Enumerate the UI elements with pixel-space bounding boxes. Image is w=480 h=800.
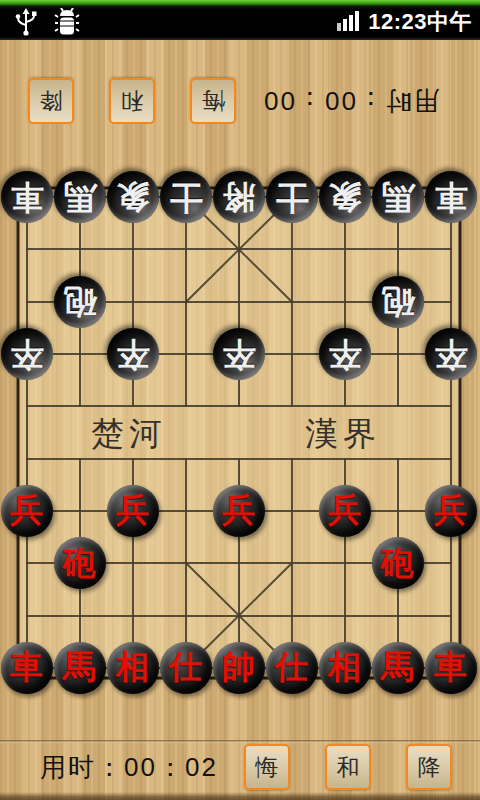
- board-point-a6[interactable]: 卒: [0, 328, 53, 380]
- black-chariot[interactable]: 車: [425, 171, 477, 223]
- black-soldier[interactable]: 卒: [107, 328, 159, 380]
- board-point-f1[interactable]: [265, 589, 318, 641]
- board-point-b2[interactable]: 砲: [53, 537, 106, 589]
- board-point-b0[interactable]: 馬: [53, 642, 106, 694]
- board-point-i9[interactable]: 車: [424, 171, 477, 223]
- board-point-a8[interactable]: [0, 223, 53, 275]
- piece-glyph: 卒: [10, 338, 43, 371]
- board-point-e8[interactable]: [212, 223, 265, 275]
- piece-glyph: 卒: [116, 338, 149, 371]
- piece-glyph: 兵: [328, 494, 361, 527]
- board-point-f9[interactable]: 士: [265, 171, 318, 223]
- board-point-d2[interactable]: [159, 537, 212, 589]
- board-point-d7[interactable]: [159, 276, 212, 328]
- board-point-h7[interactable]: 砲: [371, 276, 424, 328]
- board-point-e6[interactable]: 卒: [212, 328, 265, 380]
- piece-glyph: 卒: [222, 338, 255, 371]
- black-general[interactable]: 將: [213, 171, 265, 223]
- board-point-f7[interactable]: [265, 276, 318, 328]
- board-point-c9[interactable]: 象: [106, 171, 159, 223]
- board-point-i1[interactable]: [424, 589, 477, 641]
- piece-glyph: 相: [116, 651, 149, 684]
- board-point-a3[interactable]: 兵: [0, 485, 53, 537]
- piece-glyph: 車: [10, 181, 43, 214]
- board-point-i0[interactable]: 車: [424, 642, 477, 694]
- board-point-c1[interactable]: [106, 589, 159, 641]
- app-screen: 12:23中午 用时：00：00 悔 和 降 楚河 漢界 車馬象士將士象馬車砲砲…: [0, 0, 480, 800]
- red-soldier[interactable]: 兵: [425, 485, 477, 537]
- board-point-i5[interactable]: [424, 380, 477, 432]
- piece-glyph: 馬: [381, 181, 414, 214]
- board-point-g1[interactable]: [318, 589, 371, 641]
- black-elephant[interactable]: 象: [319, 171, 371, 223]
- board-point-g9[interactable]: 象: [318, 171, 371, 223]
- board-point-i2[interactable]: [424, 537, 477, 589]
- board-point-a4[interactable]: [0, 432, 53, 484]
- board-point-c6[interactable]: 卒: [106, 328, 159, 380]
- status-icons-right: 12:23中午: [337, 11, 472, 33]
- board-point-d4[interactable]: [159, 432, 212, 484]
- opponent-buttons: 悔 和 降: [28, 78, 236, 124]
- piece-glyph: 馬: [63, 651, 96, 684]
- board-point-g7[interactable]: [318, 276, 371, 328]
- board-point-h3[interactable]: [371, 485, 424, 537]
- board-point-d5[interactable]: [159, 380, 212, 432]
- opponent-undo-button[interactable]: 悔: [190, 78, 236, 124]
- resign-button[interactable]: 降: [406, 744, 452, 790]
- board-point-e2[interactable]: [212, 537, 265, 589]
- board-point-e5[interactable]: [212, 380, 265, 432]
- board-point-d3[interactable]: [159, 485, 212, 537]
- board-point-i3[interactable]: 兵: [424, 485, 477, 537]
- board-point-a5[interactable]: [0, 380, 53, 432]
- black-soldier[interactable]: 卒: [213, 328, 265, 380]
- board-point-h0[interactable]: 馬: [371, 642, 424, 694]
- board-point-a2[interactable]: [0, 537, 53, 589]
- board-point-i7[interactable]: [424, 276, 477, 328]
- status-icons-left: [14, 8, 80, 36]
- opponent-draw-button[interactable]: 和: [109, 78, 155, 124]
- board-point-d8[interactable]: [159, 223, 212, 275]
- board-point-g6[interactable]: 卒: [318, 328, 371, 380]
- board-point-d1[interactable]: [159, 589, 212, 641]
- black-horse[interactable]: 馬: [372, 171, 424, 223]
- board-point-f0[interactable]: 仕: [265, 642, 318, 694]
- black-advisor[interactable]: 士: [160, 171, 212, 223]
- board-point-a1[interactable]: [0, 589, 53, 641]
- board-point-d6[interactable]: [159, 328, 212, 380]
- piece-glyph: 帥: [222, 651, 255, 684]
- piece-glyph: 砲: [63, 285, 96, 318]
- board-point-b3[interactable]: [53, 485, 106, 537]
- board-point-g5[interactable]: [318, 380, 371, 432]
- adb-icon: [54, 8, 80, 36]
- piece-glyph: 砲: [381, 547, 414, 580]
- piece-glyph: 士: [169, 181, 202, 214]
- undo-button[interactable]: 悔: [244, 744, 290, 790]
- player-timer: 用时：00：02: [40, 750, 218, 785]
- board-point-c0[interactable]: 相: [106, 642, 159, 694]
- piece-glyph: 砲: [63, 547, 96, 580]
- board-point-e3[interactable]: 兵: [212, 485, 265, 537]
- black-elephant[interactable]: 象: [107, 171, 159, 223]
- board-point-f3[interactable]: [265, 485, 318, 537]
- board-point-b9[interactable]: 馬: [53, 171, 106, 223]
- piece-glyph: 仕: [169, 651, 202, 684]
- board-point-d9[interactable]: 士: [159, 171, 212, 223]
- board-point-b1[interactable]: [53, 589, 106, 641]
- piece-glyph: 相: [328, 651, 361, 684]
- board-point-d0[interactable]: 仕: [159, 642, 212, 694]
- red-advisor[interactable]: 仕: [266, 642, 318, 694]
- draw-button[interactable]: 和: [325, 744, 371, 790]
- xiangqi-board[interactable]: 車馬象士將士象馬車砲砲卒卒卒卒卒兵兵兵兵兵砲砲車馬相仕帥仕相馬車: [0, 171, 477, 694]
- red-horse[interactable]: 馬: [372, 642, 424, 694]
- piece-glyph: 車: [10, 651, 43, 684]
- board-point-h9[interactable]: 馬: [371, 171, 424, 223]
- board-point-e1[interactable]: [212, 589, 265, 641]
- piece-glyph: 象: [116, 181, 149, 214]
- black-soldier[interactable]: 卒: [1, 328, 53, 380]
- player-control-bar: 用时：00：02 悔 和 降: [0, 738, 480, 796]
- black-chariot[interactable]: 車: [1, 171, 53, 223]
- black-soldier[interactable]: 卒: [319, 328, 371, 380]
- board-point-e4[interactable]: [212, 432, 265, 484]
- board-point-c8[interactable]: [106, 223, 159, 275]
- board-point-c5[interactable]: [106, 380, 159, 432]
- piece-glyph: 象: [328, 181, 361, 214]
- red-soldier[interactable]: 兵: [213, 485, 265, 537]
- piece-glyph: 兵: [10, 494, 43, 527]
- board-point-a9[interactable]: 車: [0, 171, 53, 223]
- piece-glyph: 兵: [434, 494, 467, 527]
- board-point-a7[interactable]: [0, 276, 53, 328]
- board-point-g4[interactable]: [318, 432, 371, 484]
- red-chariot[interactable]: 車: [425, 642, 477, 694]
- board-point-h4[interactable]: [371, 432, 424, 484]
- board-point-h8[interactable]: [371, 223, 424, 275]
- red-elephant[interactable]: 相: [319, 642, 371, 694]
- clock-text: 12:23中午: [368, 11, 472, 33]
- signal-icon: [337, 11, 359, 33]
- piece-glyph: 兵: [116, 494, 149, 527]
- red-cannon[interactable]: 砲: [372, 537, 424, 589]
- status-bar: 12:23中午: [0, 0, 480, 40]
- piece-glyph: 卒: [434, 338, 467, 371]
- black-horse[interactable]: 馬: [54, 171, 106, 223]
- red-general[interactable]: 帥: [213, 642, 265, 694]
- red-chariot[interactable]: 車: [1, 642, 53, 694]
- red-advisor[interactable]: 仕: [160, 642, 212, 694]
- piece-glyph: 兵: [222, 494, 255, 527]
- board-point-e7[interactable]: [212, 276, 265, 328]
- black-advisor[interactable]: 士: [266, 171, 318, 223]
- black-cannon[interactable]: 砲: [54, 276, 106, 328]
- red-soldier[interactable]: 兵: [319, 485, 371, 537]
- board-point-h6[interactable]: [371, 328, 424, 380]
- board-point-f6[interactable]: [265, 328, 318, 380]
- black-cannon[interactable]: 砲: [372, 276, 424, 328]
- board-point-b7[interactable]: 砲: [53, 276, 106, 328]
- opponent-control-bar: 用时：00：00 悔 和 降: [0, 72, 480, 130]
- board-point-b5[interactable]: [53, 380, 106, 432]
- board-point-c4[interactable]: [106, 432, 159, 484]
- board-point-h5[interactable]: [371, 380, 424, 432]
- board-point-h1[interactable]: [371, 589, 424, 641]
- piece-glyph: 砲: [381, 285, 414, 318]
- board-point-b8[interactable]: [53, 223, 106, 275]
- piece-glyph: 馬: [63, 181, 96, 214]
- red-soldier[interactable]: 兵: [107, 485, 159, 537]
- board-point-g2[interactable]: [318, 537, 371, 589]
- board-point-g8[interactable]: [318, 223, 371, 275]
- usb-icon: [14, 8, 38, 36]
- board-point-e0[interactable]: 帥: [212, 642, 265, 694]
- board-point-g0[interactable]: 相: [318, 642, 371, 694]
- board-point-i6[interactable]: 卒: [424, 328, 477, 380]
- player-buttons: 悔 和 降: [244, 744, 452, 790]
- board-point-h2[interactable]: 砲: [371, 537, 424, 589]
- board-point-f2[interactable]: [265, 537, 318, 589]
- red-horse[interactable]: 馬: [54, 642, 106, 694]
- board-point-f5[interactable]: [265, 380, 318, 432]
- board-point-f8[interactable]: [265, 223, 318, 275]
- opponent-timer: 用时：00：00: [262, 84, 440, 119]
- board-point-g3[interactable]: 兵: [318, 485, 371, 537]
- red-cannon[interactable]: 砲: [54, 537, 106, 589]
- board-point-a0[interactable]: 車: [0, 642, 53, 694]
- board-point-c3[interactable]: 兵: [106, 485, 159, 537]
- board-point-c2[interactable]: [106, 537, 159, 589]
- piece-glyph: 馬: [381, 651, 414, 684]
- piece-glyph: 車: [434, 181, 467, 214]
- piece-glyph: 車: [434, 651, 467, 684]
- red-soldier[interactable]: 兵: [1, 485, 53, 537]
- board-point-e9[interactable]: 將: [212, 171, 265, 223]
- board-point-f4[interactable]: [265, 432, 318, 484]
- board-point-i4[interactable]: [424, 432, 477, 484]
- red-elephant[interactable]: 相: [107, 642, 159, 694]
- piece-glyph: 卒: [328, 338, 361, 371]
- piece-glyph: 將: [222, 181, 255, 214]
- opponent-resign-button[interactable]: 降: [28, 78, 74, 124]
- piece-glyph: 仕: [275, 651, 308, 684]
- black-soldier[interactable]: 卒: [425, 328, 477, 380]
- piece-glyph: 士: [275, 181, 308, 214]
- board-point-b4[interactable]: [53, 432, 106, 484]
- board-point-c7[interactable]: [106, 276, 159, 328]
- board-point-b6[interactable]: [53, 328, 106, 380]
- board-point-i8[interactable]: [424, 223, 477, 275]
